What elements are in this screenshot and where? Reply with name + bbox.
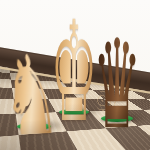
king-glyph: ♚ (50, 3, 97, 142)
chess-product-photo: ♞ ♚ ♛ (0, 0, 150, 150)
white-king-piece[interactable]: ♚ (50, 3, 97, 142)
queen-glyph: ♛ (93, 23, 142, 146)
black-queen-piece[interactable]: ♛ (93, 23, 142, 146)
board-square (146, 99, 150, 109)
